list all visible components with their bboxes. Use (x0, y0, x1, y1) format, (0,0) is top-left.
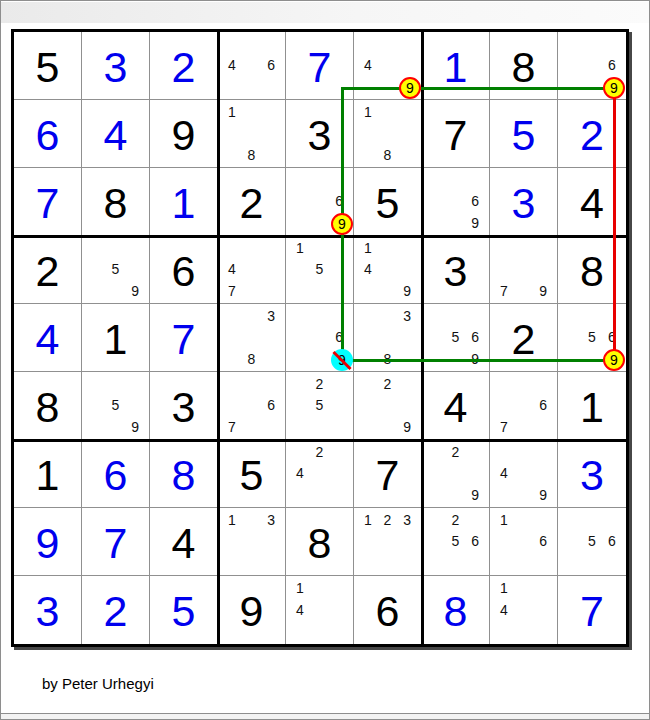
cell-r8c1[interactable]: 9 (14, 508, 82, 576)
cell-r6c6[interactable]: 29 (354, 372, 422, 440)
cell-r9c6[interactable]: 6 (354, 576, 422, 644)
pencil-marks: 59 (86, 373, 145, 438)
given-digit: 2 (14, 236, 81, 303)
pencil-marks: 25 (290, 373, 349, 438)
box-border-horizontal-1 (14, 235, 626, 238)
candidate-digit: 9 (125, 280, 145, 302)
candidate-digit: 6 (533, 395, 553, 417)
candidate-digit: 6 (261, 55, 281, 77)
cell-r7c9[interactable]: 3 (558, 440, 626, 508)
solved-digit: 3 (490, 168, 557, 235)
box-border-horizontal-2 (14, 439, 626, 442)
candidate-digit: 7 (222, 416, 242, 438)
given-digit: 8 (558, 236, 626, 303)
candidate-digit: 3 (261, 509, 281, 531)
candidate-digit: 6 (329, 191, 349, 213)
candidate-digit: 9 (329, 212, 349, 234)
cell-r5c1[interactable]: 4 (14, 304, 82, 372)
cell-r3c6[interactable]: 5 (354, 168, 422, 236)
cell-r3c1[interactable]: 7 (14, 168, 82, 236)
given-digit: 7 (422, 100, 489, 167)
given-digit: 8 (286, 508, 353, 575)
pencil-marks: 123 (358, 509, 417, 574)
pencil-marks: 149 (358, 237, 417, 302)
cell-r8c6[interactable]: 123 (354, 508, 422, 576)
candidate-digit: 4 (290, 463, 310, 485)
cell-r8c9[interactable]: 56 (558, 508, 626, 576)
solved-digit: 8 (422, 576, 489, 644)
candidate-digit: 9 (465, 212, 485, 234)
candidate-digit: 5 (310, 395, 330, 417)
pencil-marks: 18 (358, 101, 417, 166)
cell-r2c3[interactable]: 9 (150, 100, 218, 168)
cell-r3c7[interactable]: 69 (422, 168, 490, 236)
cell-r5c3[interactable]: 7 (150, 304, 218, 372)
pencil-marks: 69 (426, 169, 485, 234)
cell-r8c5[interactable]: 8 (286, 508, 354, 576)
pencil-marks: 14 (494, 577, 553, 643)
solved-digit: 1 (422, 32, 489, 99)
cell-r5c6[interactable]: 38 (354, 304, 422, 372)
cell-r3c3[interactable]: 1 (150, 168, 218, 236)
cell-r3c2[interactable]: 8 (82, 168, 150, 236)
candidate-digit: 4 (222, 259, 242, 281)
cell-r7c4[interactable]: 5 (218, 440, 286, 508)
cell-r1c5[interactable]: 7 (286, 32, 354, 100)
cell-r3c8[interactable]: 3 (490, 168, 558, 236)
cell-r3c9[interactable]: 4 (558, 168, 626, 236)
candidate-digit: 1 (494, 577, 514, 599)
candidate-digit: 1 (290, 237, 310, 259)
cell-r7c6[interactable]: 7 (354, 440, 422, 508)
cell-r5c5[interactable]: 69 (286, 304, 354, 372)
candidate-digit: 2 (378, 373, 398, 395)
candidate-digit: 5 (446, 531, 466, 553)
pencil-marks: 29 (358, 373, 417, 438)
cell-r5c8[interactable]: 2 (490, 304, 558, 372)
cell-r2c8[interactable]: 5 (490, 100, 558, 168)
cell-r1c4[interactable]: 46 (218, 32, 286, 100)
pencil-marks: 49 (358, 33, 417, 98)
candidate-digit: 6 (329, 327, 349, 349)
cell-r9c1[interactable]: 3 (14, 576, 82, 644)
pencil-marks: 49 (494, 441, 553, 506)
cell-r7c2[interactable]: 6 (82, 440, 150, 508)
solved-digit: 7 (82, 508, 149, 575)
solved-digit: 4 (82, 100, 149, 167)
given-digit: 4 (150, 508, 217, 575)
candidate-digit: 6 (465, 531, 485, 553)
candidate-digit: 9 (533, 484, 553, 506)
solved-digit: 6 (82, 440, 149, 507)
cell-r2c7[interactable]: 7 (422, 100, 490, 168)
candidate-digit: 9 (533, 280, 553, 302)
pencil-marks: 69 (290, 169, 349, 234)
toolbar (1, 2, 649, 23)
candidate-digit: 1 (358, 509, 378, 531)
cell-r6c7[interactable]: 4 (422, 372, 490, 440)
cell-r6c3[interactable]: 3 (150, 372, 218, 440)
cell-r9c4[interactable]: 9 (218, 576, 286, 644)
candidate-digit: 5 (446, 327, 466, 349)
candidate-digit: 5 (582, 531, 602, 553)
cell-r9c7[interactable]: 8 (422, 576, 490, 644)
pencil-marks: 13 (222, 509, 281, 574)
grid-cells: 5324674918696491831875278126956934259647… (14, 32, 626, 644)
pencil-marks: 16 (494, 509, 553, 574)
candidate-digit: 2 (446, 509, 466, 531)
candidate-digit: 8 (378, 348, 398, 370)
solved-digit: 5 (490, 100, 557, 167)
candidate-digit: 1 (222, 509, 242, 531)
solved-digit: 3 (558, 440, 626, 507)
pencil-marks: 256 (426, 509, 485, 574)
cell-r9c9[interactable]: 7 (558, 576, 626, 644)
sudoku-board: 5324674918696491831875278126956934259647… (11, 29, 629, 647)
solved-digit: 9 (14, 508, 81, 575)
pencil-marks: 56 (562, 509, 622, 574)
candidate-digit: 1 (290, 577, 310, 599)
candidate-digit: 9 (465, 348, 485, 370)
cell-r9c3[interactable]: 5 (150, 576, 218, 644)
candidate-digit: 2 (378, 509, 398, 531)
candidate-digit: 9 (602, 76, 622, 98)
cell-r5c7[interactable]: 569 (422, 304, 490, 372)
candidate-digit: 4 (494, 599, 514, 621)
solved-digit: 5 (150, 576, 217, 644)
candidate-digit: 1 (358, 101, 378, 123)
solved-digit: 2 (82, 576, 149, 644)
candidate-digit: 3 (397, 509, 417, 531)
cell-r3c4[interactable]: 2 (218, 168, 286, 236)
pencil-marks: 69 (562, 33, 622, 98)
given-digit: 2 (490, 304, 557, 371)
given-digit: 5 (218, 440, 285, 507)
candidate-digit: 7 (494, 416, 514, 438)
solved-digit: 1 (150, 168, 217, 235)
cell-r2c2[interactable]: 4 (82, 100, 150, 168)
cell-r4c5[interactable]: 15 (286, 236, 354, 304)
candidate-digit: 7 (222, 280, 242, 302)
candidate-digit: 8 (242, 144, 262, 166)
candidate-digit: 1 (222, 101, 242, 123)
given-digit: 6 (354, 576, 421, 644)
cell-r7c7[interactable]: 29 (422, 440, 490, 508)
candidate-digit: 2 (446, 441, 466, 463)
cell-r6c2[interactable]: 59 (82, 372, 150, 440)
candidate-digit: 6 (465, 327, 485, 349)
cell-r4c7[interactable]: 3 (422, 236, 490, 304)
solved-digit: 7 (286, 32, 353, 99)
cell-r1c2[interactable]: 3 (82, 32, 150, 100)
cell-r7c8[interactable]: 49 (490, 440, 558, 508)
cell-r8c8[interactable]: 16 (490, 508, 558, 576)
cell-r7c5[interactable]: 24 (286, 440, 354, 508)
solved-digit: 7 (150, 304, 217, 371)
cell-r6c5[interactable]: 25 (286, 372, 354, 440)
cell-r4c4[interactable]: 47 (218, 236, 286, 304)
pencil-marks: 14 (290, 577, 349, 643)
given-digit: 3 (422, 236, 489, 303)
cell-r9c5[interactable]: 14 (286, 576, 354, 644)
cell-r8c4[interactable]: 13 (218, 508, 286, 576)
cell-r9c2[interactable]: 2 (82, 576, 150, 644)
candidate-digit: 4 (290, 599, 310, 621)
pencil-marks: 46 (222, 33, 281, 98)
solved-digit: 7 (558, 576, 626, 644)
cell-r5c4[interactable]: 38 (218, 304, 286, 372)
candidate-digit: 5 (310, 259, 330, 281)
solved-digit: 2 (150, 32, 217, 99)
cell-r4c3[interactable]: 6 (150, 236, 218, 304)
solved-digit: 3 (82, 32, 149, 99)
cell-r8c7[interactable]: 256 (422, 508, 490, 576)
pencil-marks: 67 (494, 373, 553, 438)
candidate-digit: 4 (494, 463, 514, 485)
candidate-digit: 4 (358, 259, 378, 281)
candidate-digit: 9 (329, 348, 349, 370)
solved-digit: 4 (14, 304, 81, 371)
pencil-marks: 59 (86, 237, 145, 302)
candidate-digit: 5 (106, 395, 126, 417)
candidate-digit: 3 (397, 305, 417, 327)
solved-digit: 8 (150, 440, 217, 507)
author-credit: by Peter Urhegyi (42, 675, 154, 692)
cell-r2c4[interactable]: 18 (218, 100, 286, 168)
given-digit: 1 (82, 304, 149, 371)
app-window: 5324674918696491831875278126956934259647… (0, 0, 650, 720)
given-digit: 8 (14, 372, 81, 439)
given-digit: 5 (14, 32, 81, 99)
cell-r1c7[interactable]: 1 (422, 32, 490, 100)
candidate-digit: 4 (222, 55, 242, 77)
candidate-digit: 6 (261, 395, 281, 417)
solved-digit: 3 (14, 576, 81, 644)
cell-r3c5[interactable]: 69 (286, 168, 354, 236)
cell-r7c3[interactable]: 8 (150, 440, 218, 508)
solved-digit: 7 (14, 168, 81, 235)
cell-r4c9[interactable]: 8 (558, 236, 626, 304)
cell-r4c6[interactable]: 149 (354, 236, 422, 304)
cell-r7c1[interactable]: 1 (14, 440, 82, 508)
candidate-digit: 4 (358, 55, 378, 77)
given-digit: 8 (490, 32, 557, 99)
pencil-marks: 18 (222, 101, 281, 166)
cell-r6c1[interactable]: 8 (14, 372, 82, 440)
pencil-marks: 69 (290, 305, 349, 370)
given-digit: 9 (150, 100, 217, 167)
cell-r4c2[interactable]: 59 (82, 236, 150, 304)
candidate-digit: 5 (106, 259, 126, 281)
candidate-digit: 9 (125, 416, 145, 438)
pencil-marks: 569 (426, 305, 485, 370)
given-digit: 3 (150, 372, 217, 439)
solved-digit: 6 (14, 100, 81, 167)
cell-r4c1[interactable]: 2 (14, 236, 82, 304)
candidate-digit: 1 (358, 237, 378, 259)
pencil-marks: 38 (358, 305, 417, 370)
given-digit: 1 (14, 440, 81, 507)
candidate-digit: 5 (582, 327, 602, 349)
cell-r1c6[interactable]: 49 (354, 32, 422, 100)
pencil-marks: 67 (222, 373, 281, 438)
cell-r2c5[interactable]: 3 (286, 100, 354, 168)
candidate-digit: 6 (602, 531, 622, 553)
cell-r1c8[interactable]: 8 (490, 32, 558, 100)
cell-r8c3[interactable]: 4 (150, 508, 218, 576)
cell-r5c2[interactable]: 1 (82, 304, 150, 372)
given-digit: 9 (218, 576, 285, 644)
cell-r1c3[interactable]: 2 (150, 32, 218, 100)
given-digit: 4 (558, 168, 626, 235)
pencil-marks: 47 (222, 237, 281, 302)
cell-r4c8[interactable]: 79 (490, 236, 558, 304)
given-digit: 5 (354, 168, 421, 235)
candidate-digit: 8 (378, 144, 398, 166)
cell-r1c9[interactable]: 69 (558, 32, 626, 100)
pencil-marks: 38 (222, 305, 281, 370)
candidate-digit: 7 (494, 280, 514, 302)
box-border-vertical-1 (217, 32, 220, 644)
pencil-marks: 569 (562, 305, 622, 370)
candidate-digit: 6 (465, 191, 485, 213)
given-digit: 6 (150, 236, 217, 303)
solved-digit: 2 (558, 100, 626, 167)
candidate-digit: 9 (397, 280, 417, 302)
pencil-marks: 79 (494, 237, 553, 302)
cell-r6c8[interactable]: 67 (490, 372, 558, 440)
candidate-digit: 1 (494, 509, 514, 531)
candidate-digit: 9 (397, 416, 417, 438)
given-digit: 7 (354, 440, 421, 507)
pencil-marks: 29 (426, 441, 485, 506)
candidate-digit: 9 (465, 484, 485, 506)
candidate-digit: 2 (310, 373, 330, 395)
candidate-digit: 2 (310, 441, 330, 463)
candidate-digit: 3 (261, 305, 281, 327)
pencil-marks: 24 (290, 441, 349, 506)
given-digit: 8 (82, 168, 149, 235)
window-bottom-edge (1, 713, 649, 720)
cell-r5c9[interactable]: 569 (558, 304, 626, 372)
candidate-digit: 9 (397, 76, 417, 98)
cell-r2c6[interactable]: 18 (354, 100, 422, 168)
pencil-marks: 15 (290, 237, 349, 302)
cell-r9c8[interactable]: 14 (490, 576, 558, 644)
given-digit: 4 (422, 372, 489, 439)
cell-r2c1[interactable]: 6 (14, 100, 82, 168)
given-digit: 3 (286, 100, 353, 167)
cell-r2c9[interactable]: 2 (558, 100, 626, 168)
candidate-digit: 9 (602, 348, 622, 370)
cell-r6c4[interactable]: 67 (218, 372, 286, 440)
candidate-digit: 6 (602, 327, 622, 349)
cell-r6c9[interactable]: 1 (558, 372, 626, 440)
cell-r1c1[interactable]: 5 (14, 32, 82, 100)
box-border-vertical-2 (421, 32, 424, 644)
candidate-digit: 6 (602, 55, 622, 77)
candidate-digit: 6 (533, 531, 553, 553)
given-digit: 2 (218, 168, 285, 235)
candidate-digit: 8 (242, 348, 262, 370)
given-digit: 1 (558, 372, 626, 439)
cell-r8c2[interactable]: 7 (82, 508, 150, 576)
